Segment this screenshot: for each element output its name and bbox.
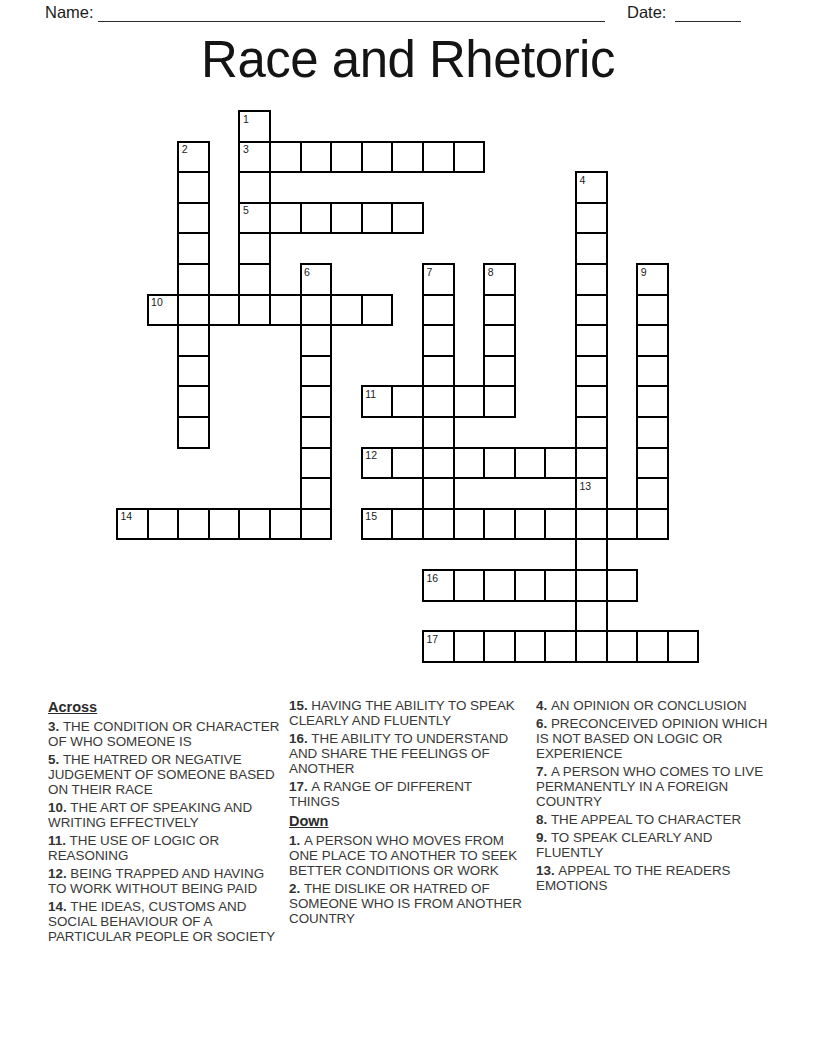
grid-cell[interactable] [422,447,455,480]
grid-cell[interactable] [177,171,210,204]
grid-cell[interactable] [575,324,608,357]
grid-cell[interactable] [177,355,210,388]
clue-12: 12. BEING TRAPPED AND HAVING TO WORK WIT… [48,867,285,897]
grid-cell[interactable] [483,355,516,388]
clue-6: 6. PRECONCEIVED OPINION WHICH IS NOT BAS… [536,717,774,761]
grid-cell[interactable] [300,385,333,418]
grid-cell[interactable] [636,416,669,449]
grid-cell-number: 12 [365,449,377,461]
across-clues-header: Across [48,699,285,716]
grid-cell[interactable]: 4 [575,171,608,204]
clue-column-1: Across3. THE CONDITION OR CHARACTER OF W… [48,699,285,948]
grid-cell[interactable] [636,324,669,357]
grid-cell[interactable] [544,569,577,602]
grid-cell[interactable] [483,569,516,602]
grid-cell[interactable] [483,294,516,327]
grid-cell[interactable] [177,324,210,357]
grid-cell[interactable] [177,202,210,235]
clue-3: 3. THE CONDITION OR CHARACTER OF WHO SOM… [48,720,285,750]
grid-cell[interactable] [330,141,363,174]
grid-cell[interactable] [238,508,271,541]
grid-cell[interactable] [606,630,639,663]
grid-cell[interactable] [238,232,271,265]
grid-cell[interactable] [575,508,608,541]
grid-cell[interactable] [636,508,669,541]
grid-cell[interactable] [453,447,486,480]
clue-9: 9. TO SPEAK CLEARLY AND FLUENTLY [536,831,774,861]
grid-cell-number: 1 [243,113,249,125]
down-clues-header: Down [289,813,525,830]
grid-cell[interactable] [177,508,210,541]
grid-cell-number: 10 [151,296,163,308]
grid-cell[interactable]: 17 [422,630,455,663]
clue-11: 11. THE USE OF LOGIC OR REASONING [48,834,285,864]
grid-cell[interactable] [300,141,333,174]
grid-cell[interactable] [177,232,210,265]
grid-cell[interactable] [177,385,210,418]
clue-10: 10. THE ART OF SPEAKING AND WRITING EFFE… [48,801,285,831]
grid-cell[interactable]: 15 [361,508,394,541]
grid-cell[interactable]: 7 [422,263,455,296]
grid-cell[interactable] [177,416,210,449]
grid-cell[interactable] [483,630,516,663]
grid-cell[interactable]: 1 [238,110,271,143]
grid-cell-number: 16 [427,572,439,584]
grid-cell[interactable] [422,508,455,541]
grid-cell[interactable] [575,385,608,418]
grid-cell[interactable] [300,202,333,235]
grid-cell[interactable] [575,202,608,235]
grid-cell[interactable] [208,294,241,327]
grid-cell[interactable] [422,416,455,449]
grid-cell[interactable] [422,294,455,327]
grid-cell[interactable] [514,569,547,602]
clue-16: 16. THE ABILITY TO UNDERSTAND AND SHARE … [289,732,525,776]
grid-cell[interactable] [544,447,577,480]
grid-cell[interactable]: 3 [238,141,271,174]
grid-cell[interactable] [453,141,486,174]
grid-cell[interactable] [575,630,608,663]
grid-cell-number: 3 [243,143,249,155]
grid-cell-number: 17 [427,633,439,645]
grid-cell[interactable] [269,508,302,541]
grid-cell[interactable] [300,508,333,541]
grid-cell[interactable] [422,324,455,357]
grid-cell[interactable] [238,263,271,296]
grid-cell[interactable] [300,416,333,449]
grid-cell[interactable] [483,508,516,541]
grid-cell-number: 15 [365,510,377,522]
grid-cell[interactable] [575,538,608,571]
grid-cell[interactable] [330,294,363,327]
grid-cell[interactable] [575,232,608,265]
grid-cell[interactable] [575,416,608,449]
grid-cell[interactable]: 8 [483,263,516,296]
grid-cell-number: 4 [580,174,586,186]
grid-cell[interactable] [453,385,486,418]
grid-cell[interactable] [300,477,333,510]
grid-cell-number: 13 [580,480,592,492]
grid-cell[interactable]: 5 [238,202,271,235]
grid-cell-number: 7 [427,266,433,278]
grid-cell[interactable] [300,355,333,388]
grid-cell[interactable]: 9 [636,263,669,296]
grid-cell[interactable] [636,630,669,663]
clue-1: 1. A PERSON WHO MOVES FROM ONE PLACE TO … [289,834,525,878]
clue-17: 17. A RANGE OF DIFFERENT THINGS [289,780,525,810]
grid-cell[interactable] [453,569,486,602]
grid-cell[interactable] [177,263,210,296]
grid-cell[interactable] [575,447,608,480]
grid-cell[interactable] [238,294,271,327]
grid-cell[interactable]: 6 [300,263,333,296]
grid-cell[interactable] [606,508,639,541]
grid-cell[interactable] [575,600,608,633]
grid-cell[interactable] [391,202,424,235]
grid-cell[interactable] [269,141,302,174]
grid-cell[interactable] [300,294,333,327]
clue-14: 14. THE IDEAS, CUSTOMS AND SOCIAL BEHAVI… [48,900,285,944]
grid-cell[interactable] [391,447,424,480]
grid-cell[interactable]: 12 [361,447,394,480]
grid-cell[interactable] [483,324,516,357]
grid-cell[interactable]: 10 [147,294,180,327]
grid-cell[interactable] [636,477,669,510]
grid-cell[interactable] [483,447,516,480]
grid-cell[interactable] [147,508,180,541]
grid-cell-number: 6 [304,266,310,278]
grid-cell[interactable] [453,630,486,663]
grid-cell[interactable] [422,355,455,388]
grid-cell[interactable] [544,630,577,663]
date-blank-line [675,0,741,22]
grid-cell[interactable] [269,202,302,235]
grid-cell[interactable]: 2 [177,141,210,174]
grid-cell-number: 5 [243,204,249,216]
grid-cell[interactable] [453,508,486,541]
grid-cell[interactable] [544,508,577,541]
grid-cell[interactable] [514,447,547,480]
grid-cell[interactable] [361,202,394,235]
clue-8: 8. THE APPEAL TO CHARACTER [536,813,774,828]
grid-cell[interactable] [177,294,210,327]
grid-cell[interactable]: 13 [575,477,608,510]
clue-15: 15. HAVING THE ABILITY TO SPEAK CLEARLY … [289,699,525,729]
clue-7: 7. A PERSON WHO COMES TO LIVE PERMANENTL… [536,765,774,809]
grid-cell[interactable] [606,569,639,602]
grid-cell[interactable] [636,385,669,418]
name-label: Name: [45,3,94,22]
grid-cell[interactable] [575,294,608,327]
grid-cell[interactable] [422,141,455,174]
date-label: Date: [627,3,666,22]
grid-cell[interactable]: 11 [361,385,394,418]
grid-cell[interactable] [667,630,700,663]
grid-cell[interactable] [391,508,424,541]
grid-cell[interactable] [483,385,516,418]
grid-cell[interactable] [636,355,669,388]
grid-cell-number: 2 [182,143,188,155]
grid-cell[interactable] [575,263,608,296]
grid-cell-number: 8 [488,266,494,278]
grid-cell[interactable] [575,569,608,602]
name-blank-line [98,0,605,22]
crossword-grid: 1234567891011121314151617 [117,111,700,663]
clue-4: 4. AN OPINION OR CONCLUSION [536,699,774,714]
clue-13: 13. APPEAL TO THE READERS EMOTIONS [536,864,774,894]
grid-cell[interactable]: 16 [422,569,455,602]
grid-cell[interactable] [422,477,455,510]
grid-cell[interactable] [330,202,363,235]
grid-cell-number: 9 [641,266,647,278]
worksheet-page: Name: Date: Race and Rhetoric 1234567891… [0,0,816,1056]
grid-cell[interactable] [636,447,669,480]
grid-cell[interactable] [361,141,394,174]
clue-column-3: 4. AN OPINION OR CONCLUSION6. PRECONCEIV… [536,699,774,898]
grid-cell[interactable] [391,141,424,174]
grid-cell[interactable] [391,385,424,418]
grid-cell[interactable] [300,324,333,357]
grid-cell[interactable] [514,630,547,663]
clue-2: 2. THE DISLIKE OR HATRED OF SOMEONE WHO … [289,882,525,926]
grid-cell-number: 14 [121,510,133,522]
grid-cell[interactable] [514,508,547,541]
clue-5: 5. THE HATRED OR NEGATIVE JUDGEMENT OF S… [48,753,285,797]
grid-cell[interactable] [575,355,608,388]
grid-cell[interactable] [269,294,302,327]
grid-cell[interactable] [238,171,271,204]
grid-cell[interactable] [636,294,669,327]
grid-cell[interactable] [300,447,333,480]
puzzle-title: Race and Rhetoric [0,31,816,89]
grid-cell-number: 11 [365,388,376,400]
grid-cell[interactable] [422,385,455,418]
clue-column-2: 15. HAVING THE ABILITY TO SPEAK CLEARLY … [289,699,525,930]
grid-cell[interactable] [361,294,394,327]
grid-cell[interactable] [208,508,241,541]
grid-cell[interactable]: 14 [116,508,149,541]
